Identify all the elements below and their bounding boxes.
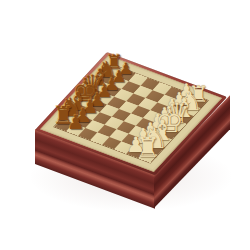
chess-set-photo: ♜♞♝♛♚♝♞♜♟♟♟♟♟♟♟♟♟♟♟♟♟♟♟♟♜♞♝♛♚♝♞♜	[0, 0, 250, 250]
